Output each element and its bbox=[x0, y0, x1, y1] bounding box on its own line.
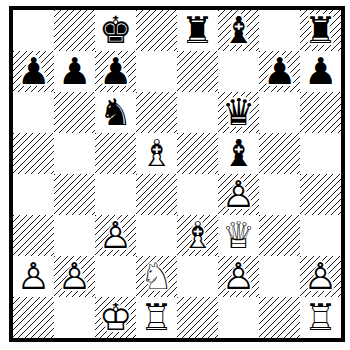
piece-white-pawn[interactable]: ♟♙ bbox=[54, 256, 95, 297]
square-f7[interactable] bbox=[218, 51, 259, 92]
square-e8[interactable]: ♜ bbox=[177, 10, 218, 51]
square-e4[interactable] bbox=[177, 174, 218, 215]
square-b6[interactable] bbox=[54, 92, 95, 133]
square-a5[interactable] bbox=[13, 133, 54, 174]
square-e1[interactable] bbox=[177, 297, 218, 338]
white-knight-icon: ♘ bbox=[140, 257, 173, 294]
white-rook-icon: ♖ bbox=[140, 298, 173, 335]
black-knight-icon: ♞ bbox=[99, 93, 132, 130]
square-c8[interactable]: ♚ bbox=[95, 10, 136, 51]
piece-black-pawn[interactable]: ♟ bbox=[259, 51, 300, 92]
white-pawn-icon: ♙ bbox=[17, 257, 50, 294]
square-f8[interactable]: ♝ bbox=[218, 10, 259, 51]
square-h1[interactable]: ♜♖ bbox=[300, 297, 341, 338]
square-d1[interactable]: ♜♖ bbox=[136, 297, 177, 338]
square-h4[interactable] bbox=[300, 174, 341, 215]
piece-white-pawn[interactable]: ♟♙ bbox=[95, 215, 136, 256]
square-f3[interactable]: ♛♕ bbox=[218, 215, 259, 256]
piece-white-rook[interactable]: ♜♖ bbox=[136, 297, 177, 338]
piece-white-knight[interactable]: ♞♘ bbox=[136, 256, 177, 297]
piece-black-rook[interactable]: ♜ bbox=[300, 10, 341, 51]
square-e7[interactable] bbox=[177, 51, 218, 92]
piece-black-bishop[interactable]: ♝ bbox=[218, 133, 259, 174]
square-e2[interactable] bbox=[177, 256, 218, 297]
piece-white-pawn[interactable]: ♟♙ bbox=[13, 256, 54, 297]
black-pawn-icon: ♟ bbox=[58, 52, 91, 89]
piece-white-rook[interactable]: ♜♖ bbox=[300, 297, 341, 338]
square-b3[interactable] bbox=[54, 215, 95, 256]
white-pawn-icon: ♙ bbox=[99, 216, 132, 253]
square-e5[interactable] bbox=[177, 133, 218, 174]
piece-black-king[interactable]: ♚ bbox=[95, 10, 136, 51]
chess-board: ♚♜♝♜♟♟♟♟♟♞♛♝♗♝♟♙♟♙♝♗♛♕♟♙♟♙♞♘♟♙♟♙♚♔♜♖♜♖ bbox=[9, 6, 345, 342]
square-h2[interactable]: ♟♙ bbox=[300, 256, 341, 297]
square-e3[interactable]: ♝♗ bbox=[177, 215, 218, 256]
square-c7[interactable]: ♟ bbox=[95, 51, 136, 92]
square-f2[interactable]: ♟♙ bbox=[218, 256, 259, 297]
square-a3[interactable] bbox=[13, 215, 54, 256]
square-h5[interactable] bbox=[300, 133, 341, 174]
square-g4[interactable] bbox=[259, 174, 300, 215]
piece-black-queen[interactable]: ♛ bbox=[218, 92, 259, 133]
square-c1[interactable]: ♚♔ bbox=[95, 297, 136, 338]
square-g5[interactable] bbox=[259, 133, 300, 174]
white-pawn-icon: ♙ bbox=[304, 257, 337, 294]
piece-black-pawn[interactable]: ♟ bbox=[300, 51, 341, 92]
square-d3[interactable] bbox=[136, 215, 177, 256]
black-king-icon: ♚ bbox=[99, 11, 132, 48]
white-pawn-icon: ♙ bbox=[58, 257, 91, 294]
square-c4[interactable] bbox=[95, 174, 136, 215]
black-bishop-icon: ♝ bbox=[222, 11, 255, 48]
square-b7[interactable]: ♟ bbox=[54, 51, 95, 92]
square-a7[interactable]: ♟ bbox=[13, 51, 54, 92]
square-a4[interactable] bbox=[13, 174, 54, 215]
piece-white-bishop[interactable]: ♝♗ bbox=[177, 215, 218, 256]
black-queen-icon: ♛ bbox=[222, 93, 255, 130]
piece-white-bishop[interactable]: ♝♗ bbox=[136, 133, 177, 174]
square-a1[interactable] bbox=[13, 297, 54, 338]
piece-black-pawn[interactable]: ♟ bbox=[95, 51, 136, 92]
piece-black-pawn[interactable]: ♟ bbox=[13, 51, 54, 92]
square-a6[interactable] bbox=[13, 92, 54, 133]
black-pawn-icon: ♟ bbox=[304, 52, 337, 89]
square-f6[interactable]: ♛ bbox=[218, 92, 259, 133]
piece-white-pawn[interactable]: ♟♙ bbox=[218, 174, 259, 215]
square-f5[interactable]: ♝ bbox=[218, 133, 259, 174]
black-rook-icon: ♜ bbox=[304, 11, 337, 48]
white-rook-icon: ♖ bbox=[304, 298, 337, 335]
piece-black-knight[interactable]: ♞ bbox=[95, 92, 136, 133]
square-g6[interactable] bbox=[259, 92, 300, 133]
square-c5[interactable] bbox=[95, 133, 136, 174]
black-bishop-icon: ♝ bbox=[222, 134, 255, 171]
square-c2[interactable] bbox=[95, 256, 136, 297]
square-d8[interactable] bbox=[136, 10, 177, 51]
square-d5[interactable]: ♝♗ bbox=[136, 133, 177, 174]
square-f4[interactable]: ♟♙ bbox=[218, 174, 259, 215]
piece-white-pawn[interactable]: ♟♙ bbox=[218, 256, 259, 297]
piece-black-pawn[interactable]: ♟ bbox=[54, 51, 95, 92]
square-a8[interactable] bbox=[13, 10, 54, 51]
square-g8[interactable] bbox=[259, 10, 300, 51]
black-pawn-icon: ♟ bbox=[17, 52, 50, 89]
square-d4[interactable] bbox=[136, 174, 177, 215]
square-d7[interactable] bbox=[136, 51, 177, 92]
square-h7[interactable]: ♟ bbox=[300, 51, 341, 92]
square-f1[interactable] bbox=[218, 297, 259, 338]
white-queen-icon: ♕ bbox=[222, 216, 255, 253]
square-g2[interactable] bbox=[259, 256, 300, 297]
square-b8[interactable] bbox=[54, 10, 95, 51]
square-d6[interactable] bbox=[136, 92, 177, 133]
piece-white-pawn[interactable]: ♟♙ bbox=[300, 256, 341, 297]
square-b2[interactable]: ♟♙ bbox=[54, 256, 95, 297]
square-g1[interactable] bbox=[259, 297, 300, 338]
white-king-icon: ♔ bbox=[99, 298, 132, 335]
white-pawn-icon: ♙ bbox=[222, 175, 255, 212]
piece-black-rook[interactable]: ♜ bbox=[177, 10, 218, 51]
black-rook-icon: ♜ bbox=[181, 11, 214, 48]
square-b4[interactable] bbox=[54, 174, 95, 215]
square-a2[interactable]: ♟♙ bbox=[13, 256, 54, 297]
square-d2[interactable]: ♞♘ bbox=[136, 256, 177, 297]
black-pawn-icon: ♟ bbox=[263, 52, 296, 89]
piece-black-bishop[interactable]: ♝ bbox=[218, 10, 259, 51]
square-c3[interactable]: ♟♙ bbox=[95, 215, 136, 256]
square-g3[interactable] bbox=[259, 215, 300, 256]
piece-white-king[interactable]: ♚♔ bbox=[95, 297, 136, 338]
square-g7[interactable]: ♟ bbox=[259, 51, 300, 92]
white-pawn-icon: ♙ bbox=[222, 257, 255, 294]
square-e6[interactable] bbox=[177, 92, 218, 133]
square-b1[interactable] bbox=[54, 297, 95, 338]
black-pawn-icon: ♟ bbox=[99, 52, 132, 89]
square-h6[interactable] bbox=[300, 92, 341, 133]
square-b5[interactable] bbox=[54, 133, 95, 174]
square-h3[interactable] bbox=[300, 215, 341, 256]
square-h8[interactable]: ♜ bbox=[300, 10, 341, 51]
page-background: ♚♜♝♜♟♟♟♟♟♞♛♝♗♝♟♙♟♙♝♗♛♕♟♙♟♙♞♘♟♙♟♙♚♔♜♖♜♖ bbox=[0, 0, 350, 350]
piece-white-queen[interactable]: ♛♕ bbox=[218, 215, 259, 256]
square-c6[interactable]: ♞ bbox=[95, 92, 136, 133]
white-bishop-icon: ♗ bbox=[140, 134, 173, 171]
white-bishop-icon: ♗ bbox=[181, 216, 214, 253]
